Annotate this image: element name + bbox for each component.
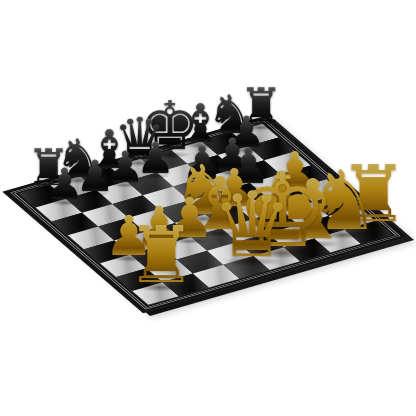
- chess-piece-dark-pawn-a7: ♟: [45, 163, 84, 206]
- chess-piece-gold-rook-a1: ♜: [126, 216, 196, 294]
- chess-piece-gold-queen-d1: ♛: [212, 179, 293, 269]
- pieces-layer: ♜♞♝♛♚♝♞♜♟♟♟♟♟♟♟♟♜♛♚♝♞♜♝♞♟♟♟♟♟♟: [0, 0, 416, 416]
- product-photo-scene: ♜♞♝♛♚♝♞♜♟♟♟♟♟♟♟♟♜♛♚♝♞♜♝♞♟♟♟♟♟♟: [0, 0, 416, 416]
